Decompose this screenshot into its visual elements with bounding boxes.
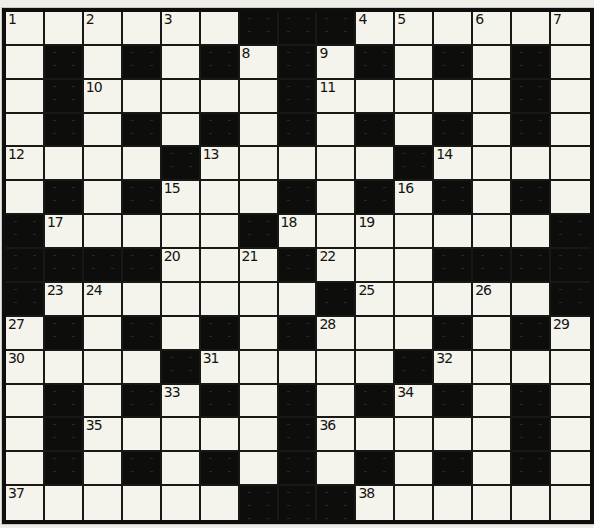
black-cell-r1c9 <box>356 46 395 80</box>
black-cell-r9c11 <box>434 317 473 351</box>
white-cell-r6c11[interactable] <box>434 215 473 249</box>
white-cell-r14c3[interactable] <box>123 486 162 520</box>
white-cell-r9c14[interactable]: 29 <box>551 317 590 351</box>
black-cell-r5c11 <box>434 181 473 215</box>
white-cell-r0c1[interactable] <box>45 12 84 46</box>
white-cell-r4c1[interactable] <box>45 147 84 181</box>
black-cell-r1c11 <box>434 46 473 80</box>
white-cell-r14c5[interactable] <box>201 486 240 520</box>
white-cell-r14c9[interactable]: 38 <box>356 486 395 520</box>
white-cell-r10c12[interactable] <box>473 351 512 385</box>
black-cell-r0c8 <box>317 12 356 46</box>
black-cell-r7c12 <box>473 249 512 283</box>
white-cell-r8c4[interactable] <box>162 283 201 317</box>
white-cell-r5c10[interactable]: 16 <box>395 181 434 215</box>
clue-number-20: 20 <box>164 249 180 264</box>
white-cell-r10c1[interactable] <box>45 351 84 385</box>
black-cell-r10c10 <box>395 351 434 385</box>
white-cell-r1c10[interactable] <box>395 46 434 80</box>
clue-number-5: 5 <box>397 12 405 27</box>
black-cell-r3c1 <box>45 114 84 148</box>
black-cell-r13c3 <box>123 452 162 486</box>
clue-number-37: 37 <box>8 486 24 501</box>
black-cell-r1c1 <box>45 46 84 80</box>
black-cell-r9c1 <box>45 317 84 351</box>
black-cell-r13c11 <box>434 452 473 486</box>
clue-number-30: 30 <box>8 351 24 366</box>
white-cell-r10c2[interactable] <box>84 351 123 385</box>
white-cell-r7c10[interactable] <box>395 249 434 283</box>
clue-number-19: 19 <box>358 215 374 230</box>
white-cell-r0c4[interactable]: 3 <box>162 12 201 46</box>
white-cell-r3c2[interactable] <box>84 114 123 148</box>
white-cell-r14c10[interactable] <box>395 486 434 520</box>
white-cell-r14c11[interactable] <box>434 486 473 520</box>
black-cell-r5c1 <box>45 181 84 215</box>
clue-number-9: 9 <box>319 46 327 61</box>
white-cell-r10c13[interactable] <box>512 351 551 385</box>
black-cell-r2c7 <box>279 80 318 114</box>
white-cell-r0c12[interactable]: 6 <box>473 12 512 46</box>
white-cell-r3c12[interactable] <box>473 114 512 148</box>
white-cell-r2c9[interactable] <box>356 80 395 114</box>
clue-number-15: 15 <box>164 181 180 196</box>
white-cell-r9c9[interactable] <box>356 317 395 351</box>
white-cell-r5c8[interactable] <box>317 181 356 215</box>
white-cell-r11c8[interactable] <box>317 385 356 419</box>
black-cell-r3c11 <box>434 114 473 148</box>
white-cell-r9c12[interactable] <box>473 317 512 351</box>
black-cell-r14c8 <box>317 486 356 520</box>
white-cell-r12c11[interactable] <box>434 418 473 452</box>
black-cell-r7c2 <box>84 249 123 283</box>
white-cell-r13c14[interactable] <box>551 452 590 486</box>
white-cell-r0c13[interactable] <box>512 12 551 46</box>
white-cell-r0c10[interactable]: 5 <box>395 12 434 46</box>
black-cell-r13c1 <box>45 452 84 486</box>
white-cell-r8c13[interactable] <box>512 283 551 317</box>
white-cell-r12c14[interactable] <box>551 418 590 452</box>
white-cell-r0c11[interactable] <box>434 12 473 46</box>
black-cell-r11c3 <box>123 385 162 419</box>
clue-number-27: 27 <box>8 317 24 332</box>
white-cell-r14c0[interactable]: 37 <box>6 486 45 520</box>
black-cell-r1c3 <box>123 46 162 80</box>
black-cell-r3c3 <box>123 114 162 148</box>
white-cell-r13c12[interactable] <box>473 452 512 486</box>
white-cell-r14c13[interactable] <box>512 486 551 520</box>
white-cell-r3c0[interactable] <box>6 114 45 148</box>
white-cell-r2c4[interactable] <box>162 80 201 114</box>
black-cell-r2c1 <box>45 80 84 114</box>
white-cell-r13c4[interactable] <box>162 452 201 486</box>
white-cell-r4c13[interactable] <box>512 147 551 181</box>
black-cell-r9c3 <box>123 317 162 351</box>
black-cell-r1c7 <box>279 46 318 80</box>
white-cell-r8c12[interactable]: 26 <box>473 283 512 317</box>
black-cell-r1c5 <box>201 46 240 80</box>
white-cell-r13c2[interactable] <box>84 452 123 486</box>
clue-number-3: 3 <box>164 12 172 27</box>
black-cell-r0c6 <box>240 12 279 46</box>
white-cell-r12c10[interactable] <box>395 418 434 452</box>
white-cell-r1c14[interactable] <box>551 46 590 80</box>
white-cell-r12c8[interactable]: 36 <box>317 418 356 452</box>
white-cell-r2c8[interactable]: 11 <box>317 80 356 114</box>
clue-number-33: 33 <box>164 385 180 400</box>
black-cell-r7c1 <box>45 249 84 283</box>
white-cell-r1c6[interactable]: 8 <box>240 46 279 80</box>
black-cell-r7c13 <box>512 249 551 283</box>
white-cell-r2c5[interactable] <box>201 80 240 114</box>
white-cell-r1c12[interactable] <box>473 46 512 80</box>
clue-number-34: 34 <box>397 385 413 400</box>
black-cell-r9c5 <box>201 317 240 351</box>
white-cell-r1c2[interactable] <box>84 46 123 80</box>
white-cell-r0c14[interactable]: 7 <box>551 12 590 46</box>
white-cell-r10c6[interactable] <box>240 351 279 385</box>
white-cell-r10c9[interactable] <box>356 351 395 385</box>
black-cell-r11c5 <box>201 385 240 419</box>
white-cell-r6c8[interactable] <box>317 215 356 249</box>
black-cell-r7c14 <box>551 249 590 283</box>
black-cell-r12c13 <box>512 418 551 452</box>
white-cell-r5c5[interactable] <box>201 181 240 215</box>
white-cell-r11c2[interactable] <box>84 385 123 419</box>
black-cell-r13c9 <box>356 452 395 486</box>
black-cell-r8c0 <box>6 283 45 317</box>
white-cell-r6c5[interactable] <box>201 215 240 249</box>
white-cell-r2c12[interactable] <box>473 80 512 114</box>
black-cell-r2c13 <box>512 80 551 114</box>
white-cell-r8c6[interactable] <box>240 283 279 317</box>
white-cell-r2c2[interactable]: 10 <box>84 80 123 114</box>
white-cell-r9c10[interactable] <box>395 317 434 351</box>
white-cell-r11c6[interactable] <box>240 385 279 419</box>
clue-number-36: 36 <box>319 418 335 433</box>
black-cell-r4c10 <box>395 147 434 181</box>
clue-number-2: 2 <box>86 12 94 27</box>
black-cell-r11c7 <box>279 385 318 419</box>
black-cell-r13c5 <box>201 452 240 486</box>
black-cell-r5c13 <box>512 181 551 215</box>
black-cell-r9c13 <box>512 317 551 351</box>
white-cell-r3c14[interactable] <box>551 114 590 148</box>
clue-number-31: 31 <box>203 351 219 366</box>
white-cell-r14c2[interactable] <box>84 486 123 520</box>
clue-number-22: 22 <box>319 249 335 264</box>
white-cell-r14c1[interactable] <box>45 486 84 520</box>
white-cell-r2c3[interactable] <box>123 80 162 114</box>
white-cell-r9c0[interactable]: 27 <box>6 317 45 351</box>
white-cell-r3c8[interactable] <box>317 114 356 148</box>
white-cell-r8c3[interactable] <box>123 283 162 317</box>
black-cell-r11c1 <box>45 385 84 419</box>
white-cell-r5c4[interactable]: 15 <box>162 181 201 215</box>
white-cell-r6c1[interactable]: 17 <box>45 215 84 249</box>
black-cell-r11c9 <box>356 385 395 419</box>
white-cell-r6c12[interactable] <box>473 215 512 249</box>
white-cell-r7c9[interactable] <box>356 249 395 283</box>
white-cell-r2c0[interactable] <box>6 80 45 114</box>
white-cell-r4c11[interactable]: 14 <box>434 147 473 181</box>
black-cell-r8c8 <box>317 283 356 317</box>
white-cell-r12c5[interactable] <box>201 418 240 452</box>
black-cell-r6c14 <box>551 215 590 249</box>
white-cell-r0c2[interactable]: 2 <box>84 12 123 46</box>
white-cell-r10c7[interactable] <box>279 351 318 385</box>
white-cell-r10c8[interactable] <box>317 351 356 385</box>
white-cell-r8c11[interactable] <box>434 283 473 317</box>
white-cell-r1c0[interactable] <box>6 46 45 80</box>
white-cell-r11c10[interactable]: 34 <box>395 385 434 419</box>
clue-number-8: 8 <box>242 46 250 61</box>
black-cell-r4c4 <box>162 147 201 181</box>
white-cell-r5c6[interactable] <box>240 181 279 215</box>
white-cell-r4c14[interactable] <box>551 147 590 181</box>
clue-number-35: 35 <box>86 418 102 433</box>
clue-number-32: 32 <box>436 351 452 366</box>
black-cell-r3c7 <box>279 114 318 148</box>
clue-number-14: 14 <box>436 147 452 162</box>
black-cell-r1c13 <box>512 46 551 80</box>
white-cell-r11c0[interactable] <box>6 385 45 419</box>
white-cell-r1c8[interactable]: 9 <box>317 46 356 80</box>
clue-number-7: 7 <box>553 12 561 27</box>
white-cell-r14c14[interactable] <box>551 486 590 520</box>
white-cell-r7c8[interactable]: 22 <box>317 249 356 283</box>
clue-number-29: 29 <box>553 317 569 332</box>
white-cell-r4c5[interactable]: 13 <box>201 147 240 181</box>
clue-number-21: 21 <box>242 249 258 264</box>
white-cell-r2c14[interactable] <box>551 80 590 114</box>
white-cell-r9c4[interactable] <box>162 317 201 351</box>
white-cell-r0c9[interactable]: 4 <box>356 12 395 46</box>
clue-number-13: 13 <box>203 147 219 162</box>
white-cell-r8c10[interactable] <box>395 283 434 317</box>
white-cell-r12c9[interactable] <box>356 418 395 452</box>
white-cell-r7c5[interactable] <box>201 249 240 283</box>
black-cell-r12c7 <box>279 418 318 452</box>
white-cell-r10c14[interactable] <box>551 351 590 385</box>
white-cell-r3c4[interactable] <box>162 114 201 148</box>
white-cell-r5c0[interactable] <box>6 181 45 215</box>
white-cell-r6c13[interactable] <box>512 215 551 249</box>
clue-number-4: 4 <box>358 12 366 27</box>
white-cell-r1c4[interactable] <box>162 46 201 80</box>
clue-number-17: 17 <box>47 215 63 230</box>
clue-number-23: 23 <box>47 283 63 298</box>
black-cell-r5c7 <box>279 181 318 215</box>
white-cell-r0c3[interactable] <box>123 12 162 46</box>
black-cell-r12c1 <box>45 418 84 452</box>
white-cell-r14c12[interactable] <box>473 486 512 520</box>
white-cell-r4c2[interactable] <box>84 147 123 181</box>
clue-number-18: 18 <box>281 215 297 230</box>
white-cell-r13c6[interactable] <box>240 452 279 486</box>
white-cell-r4c9[interactable] <box>356 147 395 181</box>
white-cell-r0c5[interactable] <box>201 12 240 46</box>
clue-number-24: 24 <box>86 283 102 298</box>
black-cell-r11c11 <box>434 385 473 419</box>
white-cell-r5c2[interactable] <box>84 181 123 215</box>
black-cell-r8c14 <box>551 283 590 317</box>
white-cell-r6c2[interactable] <box>84 215 123 249</box>
white-cell-r4c7[interactable] <box>279 147 318 181</box>
white-cell-r2c6[interactable] <box>240 80 279 114</box>
white-cell-r9c8[interactable]: 28 <box>317 317 356 351</box>
white-cell-r8c7[interactable] <box>279 283 318 317</box>
white-cell-r6c3[interactable] <box>123 215 162 249</box>
white-cell-r12c0[interactable] <box>6 418 45 452</box>
black-cell-r7c11 <box>434 249 473 283</box>
white-cell-r6c7[interactable]: 18 <box>279 215 318 249</box>
black-cell-r7c7 <box>279 249 318 283</box>
white-cell-r6c4[interactable] <box>162 215 201 249</box>
white-cell-r10c5[interactable]: 31 <box>201 351 240 385</box>
white-cell-r6c9[interactable]: 19 <box>356 215 395 249</box>
white-cell-r13c8[interactable] <box>317 452 356 486</box>
black-cell-r3c5 <box>201 114 240 148</box>
white-cell-r13c0[interactable] <box>6 452 45 486</box>
black-cell-r5c3 <box>123 181 162 215</box>
clue-number-28: 28 <box>319 317 335 332</box>
black-cell-r5c9 <box>356 181 395 215</box>
white-cell-r5c14[interactable] <box>551 181 590 215</box>
black-cell-r9c7 <box>279 317 318 351</box>
white-cell-r6c10[interactable] <box>395 215 434 249</box>
white-cell-r10c0[interactable]: 30 <box>6 351 45 385</box>
clue-number-25: 25 <box>358 283 374 298</box>
white-cell-r7c6[interactable]: 21 <box>240 249 279 283</box>
clue-number-38: 38 <box>358 486 374 501</box>
white-cell-r10c11[interactable]: 32 <box>434 351 473 385</box>
white-cell-r0c0[interactable]: 1 <box>6 12 45 46</box>
white-cell-r3c10[interactable] <box>395 114 434 148</box>
white-cell-r9c2[interactable] <box>84 317 123 351</box>
black-cell-r11c13 <box>512 385 551 419</box>
crossword-board: 1234567891011121314151617181920212223242… <box>2 8 594 524</box>
white-cell-r8c1[interactable]: 23 <box>45 283 84 317</box>
white-cell-r8c5[interactable] <box>201 283 240 317</box>
black-cell-r6c0 <box>6 215 45 249</box>
white-cell-r12c2[interactable]: 35 <box>84 418 123 452</box>
white-cell-r12c6[interactable] <box>240 418 279 452</box>
clue-number-1: 1 <box>8 12 16 27</box>
white-cell-r12c4[interactable] <box>162 418 201 452</box>
black-cell-r6c6 <box>240 215 279 249</box>
white-cell-r7c4[interactable]: 20 <box>162 249 201 283</box>
white-cell-r12c3[interactable] <box>123 418 162 452</box>
white-cell-r9c6[interactable] <box>240 317 279 351</box>
white-cell-r4c12[interactable] <box>473 147 512 181</box>
white-cell-r5c12[interactable] <box>473 181 512 215</box>
clue-number-11: 11 <box>319 80 335 95</box>
white-cell-r4c6[interactable] <box>240 147 279 181</box>
black-cell-r7c3 <box>123 249 162 283</box>
white-cell-r13c10[interactable] <box>395 452 434 486</box>
white-cell-r11c12[interactable] <box>473 385 512 419</box>
white-cell-r11c4[interactable]: 33 <box>162 385 201 419</box>
black-cell-r0c7 <box>279 12 318 46</box>
white-cell-r3c6[interactable] <box>240 114 279 148</box>
white-cell-r4c3[interactable] <box>123 147 162 181</box>
white-cell-r8c9[interactable]: 25 <box>356 283 395 317</box>
black-cell-r14c6 <box>240 486 279 520</box>
clue-number-26: 26 <box>475 283 491 298</box>
white-cell-r10c3[interactable] <box>123 351 162 385</box>
black-cell-r13c7 <box>279 452 318 486</box>
black-cell-r3c13 <box>512 114 551 148</box>
clue-number-12: 12 <box>8 147 24 162</box>
white-cell-r14c4[interactable] <box>162 486 201 520</box>
white-cell-r8c2[interactable]: 24 <box>84 283 123 317</box>
black-cell-r7c0 <box>6 249 45 283</box>
clue-number-6: 6 <box>475 12 483 27</box>
white-cell-r2c10[interactable] <box>395 80 434 114</box>
white-cell-r4c0[interactable]: 12 <box>6 147 45 181</box>
white-cell-r11c14[interactable] <box>551 385 590 419</box>
clue-number-10: 10 <box>86 80 102 95</box>
white-cell-r2c11[interactable] <box>434 80 473 114</box>
black-cell-r13c13 <box>512 452 551 486</box>
black-cell-r14c7 <box>279 486 318 520</box>
black-cell-r10c4 <box>162 351 201 385</box>
black-cell-r3c9 <box>356 114 395 148</box>
white-cell-r4c8[interactable] <box>317 147 356 181</box>
clue-number-16: 16 <box>397 181 413 196</box>
white-cell-r12c12[interactable] <box>473 418 512 452</box>
